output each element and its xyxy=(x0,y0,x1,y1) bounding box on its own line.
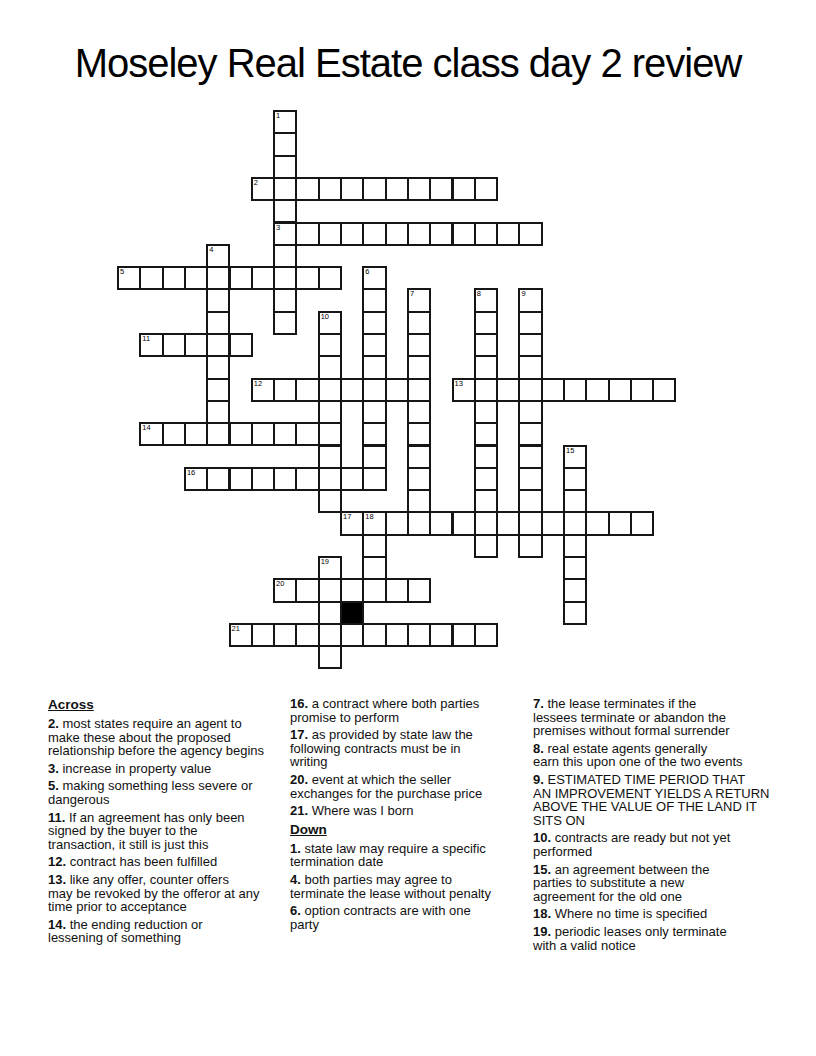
cell-number: 4 xyxy=(209,246,213,254)
grid-cell[interactable] xyxy=(474,511,498,535)
grid-cell[interactable] xyxy=(474,378,498,402)
grid-cell[interactable] xyxy=(295,177,319,201)
clue-11: 11. If an agreement has only beensigned … xyxy=(48,811,288,852)
clue-number: 10. xyxy=(533,830,551,845)
grid-cell[interactable] xyxy=(162,422,186,446)
grid-cell[interactable] xyxy=(407,445,431,469)
cell-number: 15 xyxy=(566,447,574,455)
cell-number: 9 xyxy=(521,290,525,298)
grid-cell[interactable] xyxy=(362,556,386,580)
clue-column-down: 7. the lease terminates if thelessees te… xyxy=(533,697,787,956)
grid-cell[interactable] xyxy=(518,378,542,402)
grid-cell[interactable] xyxy=(273,422,297,446)
grid-cell[interactable] xyxy=(362,177,386,201)
clue-10: 10. contracts are ready but not yetperfo… xyxy=(533,831,787,858)
grid-cell[interactable] xyxy=(318,467,342,491)
grid-cell[interactable] xyxy=(407,378,431,402)
grid-cell[interactable] xyxy=(452,177,476,201)
cell-number: 20 xyxy=(276,580,284,588)
grid-cell[interactable] xyxy=(362,623,386,647)
clue-number: 20. xyxy=(290,772,308,787)
cell-number: 12 xyxy=(254,380,262,388)
grid-cell[interactable] xyxy=(251,422,275,446)
grid-cell[interactable] xyxy=(518,222,542,246)
grid-cell[interactable] xyxy=(229,333,253,357)
cell-number: 10 xyxy=(321,313,329,321)
grid-cell[interactable] xyxy=(273,132,297,156)
grid-cell[interactable] xyxy=(206,311,230,335)
grid-cell[interactable] xyxy=(340,578,364,602)
grid-cell[interactable] xyxy=(496,511,520,535)
grid-cell[interactable] xyxy=(162,266,186,290)
grid-cell[interactable] xyxy=(362,534,386,558)
grid-cell[interactable] xyxy=(362,445,386,469)
clue-20: 20. event at which the sellerexchanges f… xyxy=(290,773,532,800)
cell-number: 14 xyxy=(142,424,150,432)
grid-cell[interactable] xyxy=(563,556,587,580)
clue-number: 5. xyxy=(48,778,59,793)
grid-cell[interactable] xyxy=(496,378,520,402)
clue-21: 21. Where was I born xyxy=(290,804,532,818)
clue-number: 9. xyxy=(533,772,544,787)
grid-cell[interactable] xyxy=(630,511,654,535)
grid-cell[interactable] xyxy=(318,422,342,446)
grid-cell[interactable] xyxy=(273,311,297,335)
clue-14: 14. the ending reduction orlessening of … xyxy=(48,918,288,945)
cell-number: 7 xyxy=(410,290,414,298)
grid-cell[interactable] xyxy=(362,467,386,491)
clue-number: 19. xyxy=(533,924,551,939)
page-title: Moseley Real Estate class day 2 review xyxy=(0,40,816,86)
clue-number: 17. xyxy=(290,727,308,742)
grid-cell[interactable] xyxy=(630,378,654,402)
grid-cell[interactable] xyxy=(295,266,319,290)
grid-cell[interactable] xyxy=(340,177,364,201)
cell-number: 3 xyxy=(276,224,280,232)
grid-cell[interactable] xyxy=(474,355,498,379)
grid-cell[interactable] xyxy=(518,400,542,424)
cell-number: 18 xyxy=(365,513,373,521)
grid-cell[interactable] xyxy=(273,378,297,402)
grid-cell[interactable] xyxy=(362,288,386,312)
clue-number: 8. xyxy=(533,741,544,756)
grid-cell[interactable] xyxy=(518,534,542,558)
grid-cell[interactable] xyxy=(273,155,297,179)
grid-cell[interactable] xyxy=(251,623,275,647)
grid-cell[interactable] xyxy=(518,422,542,446)
clue-list-header-down: Down xyxy=(290,822,532,837)
blocked-cell xyxy=(340,601,364,625)
grid-cell[interactable] xyxy=(273,467,297,491)
clue-9: 9. ESTIMATED TIME PERIOD THATAN IMPROVEM… xyxy=(533,773,787,827)
clue-number: 12. xyxy=(48,854,66,869)
grid-cell[interactable] xyxy=(563,578,587,602)
grid-cell[interactable] xyxy=(407,355,431,379)
grid-cell[interactable] xyxy=(229,266,253,290)
grid-cell[interactable] xyxy=(273,244,297,268)
grid-cell[interactable] xyxy=(474,623,498,647)
grid-cell[interactable] xyxy=(563,511,587,535)
crossword-grid: 235111213141617202114678910151819 xyxy=(117,110,677,670)
clue-number: 18. xyxy=(533,906,551,921)
cell-number: 17 xyxy=(343,513,351,521)
grid-cell[interactable] xyxy=(541,378,565,402)
grid-cell[interactable] xyxy=(184,333,208,357)
clue-16: 16. a contract where both partiespromise… xyxy=(290,697,532,724)
grid-cell[interactable] xyxy=(318,645,342,669)
clue-number: 11. xyxy=(48,810,65,825)
grid-cell[interactable] xyxy=(273,623,297,647)
grid-cell[interactable] xyxy=(295,222,319,246)
grid-cell[interactable] xyxy=(318,355,342,379)
grid-cell[interactable] xyxy=(229,467,253,491)
clue-12: 12. contract has been fulfilled xyxy=(48,855,288,869)
grid-cell[interactable] xyxy=(318,333,342,357)
grid-cell[interactable] xyxy=(318,445,342,469)
grid-cell[interactable] xyxy=(251,467,275,491)
grid-cell[interactable] xyxy=(184,422,208,446)
clue-15: 15. an agreement between theparties to s… xyxy=(533,863,787,904)
cell-number: 1 xyxy=(276,112,280,120)
clue-8: 8. real estate agents generallyearn this… xyxy=(533,742,787,769)
clue-3: 3. increase in property value xyxy=(48,762,288,776)
grid-cell[interactable] xyxy=(340,222,364,246)
grid-cell[interactable] xyxy=(340,467,364,491)
grid-cell[interactable] xyxy=(652,378,676,402)
grid-cell[interactable] xyxy=(295,378,319,402)
grid-cell[interactable] xyxy=(206,355,230,379)
grid-cell[interactable] xyxy=(273,266,297,290)
grid-cell[interactable] xyxy=(362,311,386,335)
clue-number: 13. xyxy=(48,872,66,887)
grid-cell[interactable] xyxy=(295,422,319,446)
clue-number: 15. xyxy=(533,862,551,877)
grid-cell[interactable] xyxy=(563,601,587,625)
grid-cell[interactable] xyxy=(407,467,431,491)
grid-cell[interactable] xyxy=(474,467,498,491)
grid-cell[interactable] xyxy=(206,422,230,446)
grid-cell[interactable] xyxy=(206,400,230,424)
grid-cell[interactable] xyxy=(251,266,275,290)
cell-number: 2 xyxy=(254,179,258,187)
grid-cell[interactable] xyxy=(429,623,453,647)
grid-cell[interactable] xyxy=(518,489,542,513)
grid-cell[interactable] xyxy=(318,266,342,290)
clue-number: 2. xyxy=(48,716,59,731)
grid-cell[interactable] xyxy=(429,511,453,535)
grid-cell[interactable] xyxy=(385,177,409,201)
grid-cell[interactable] xyxy=(608,378,632,402)
clue-7: 7. the lease terminates if thelessees te… xyxy=(533,697,787,738)
grid-cell[interactable] xyxy=(518,355,542,379)
clue-5: 5. making something less severe ordanger… xyxy=(48,779,288,806)
grid-cell[interactable] xyxy=(474,489,498,513)
grid-cell[interactable] xyxy=(474,445,498,469)
grid-cell[interactable] xyxy=(273,199,297,223)
cell-number: 8 xyxy=(477,290,481,298)
grid-cell[interactable] xyxy=(541,511,565,535)
grid-cell[interactable] xyxy=(385,378,409,402)
grid-cell[interactable] xyxy=(318,623,342,647)
grid-cell[interactable] xyxy=(139,266,163,290)
grid-cell[interactable] xyxy=(385,623,409,647)
grid-cell[interactable] xyxy=(407,511,431,535)
clue-6: 6. option contracts are with oneparty xyxy=(290,904,532,931)
clue-2: 2. most states require an agent tomake t… xyxy=(48,717,288,758)
grid-cell[interactable] xyxy=(452,222,476,246)
grid-cell[interactable] xyxy=(407,311,431,335)
grid-cell[interactable] xyxy=(407,400,431,424)
grid-cell[interactable] xyxy=(385,222,409,246)
grid-cell[interactable] xyxy=(518,333,542,357)
grid-cell[interactable] xyxy=(407,578,431,602)
clue-17: 17. as provided by state law thefollowin… xyxy=(290,728,532,769)
grid-cell[interactable] xyxy=(563,467,587,491)
grid-cell[interactable] xyxy=(318,578,342,602)
grid-cell[interactable] xyxy=(362,422,386,446)
cell-number: 5 xyxy=(120,268,124,276)
grid-cell[interactable] xyxy=(518,445,542,469)
grid-cell[interactable] xyxy=(474,311,498,335)
clue-number: 3. xyxy=(48,761,59,776)
grid-cell[interactable] xyxy=(206,378,230,402)
grid-cell[interactable] xyxy=(318,489,342,513)
grid-cell[interactable] xyxy=(452,623,476,647)
cell-number: 6 xyxy=(365,268,369,276)
grid-cell[interactable] xyxy=(206,288,230,312)
grid-cell[interactable] xyxy=(318,400,342,424)
grid-cell[interactable] xyxy=(385,511,409,535)
grid-cell[interactable] xyxy=(295,578,319,602)
grid-cell[interactable] xyxy=(362,355,386,379)
grid-cell[interactable] xyxy=(273,288,297,312)
grid-cell[interactable] xyxy=(362,333,386,357)
clue-column-middle: 16. a contract where both partiespromise… xyxy=(290,697,532,935)
grid-cell[interactable] xyxy=(273,177,297,201)
clue-list-header-across: Across xyxy=(48,697,288,712)
grid-cell[interactable] xyxy=(318,601,342,625)
grid-cell[interactable] xyxy=(162,333,186,357)
grid-cell[interactable] xyxy=(340,378,364,402)
grid-cell[interactable] xyxy=(318,378,342,402)
grid-cell[interactable] xyxy=(318,222,342,246)
clue-number: 1. xyxy=(290,841,301,856)
grid-cell[interactable] xyxy=(474,333,498,357)
grid-cell[interactable] xyxy=(452,511,476,535)
grid-cell[interactable] xyxy=(474,534,498,558)
grid-cell[interactable] xyxy=(362,222,386,246)
grid-cell[interactable] xyxy=(608,511,632,535)
grid-cell[interactable] xyxy=(206,266,230,290)
cell-number: 21 xyxy=(232,625,240,633)
grid-cell[interactable] xyxy=(318,177,342,201)
grid-cell[interactable] xyxy=(518,311,542,335)
grid-cell[interactable] xyxy=(362,378,386,402)
clue-1: 1. state law may require a specifictermi… xyxy=(290,842,532,869)
grid-cell[interactable] xyxy=(429,177,453,201)
clue-number: 14. xyxy=(48,917,66,932)
grid-cell[interactable] xyxy=(407,623,431,647)
grid-cell[interactable] xyxy=(340,623,364,647)
grid-cell[interactable] xyxy=(585,378,609,402)
grid-cell[interactable] xyxy=(407,177,431,201)
grid-cell[interactable] xyxy=(563,378,587,402)
cell-number: 13 xyxy=(455,380,463,388)
grid-cell[interactable] xyxy=(474,222,498,246)
grid-cell[interactable] xyxy=(184,266,208,290)
clue-18: 18. Where no time is specified xyxy=(533,907,787,921)
clue-number: 7. xyxy=(533,696,544,711)
cell-number: 19 xyxy=(321,558,329,566)
grid-cell[interactable] xyxy=(407,422,431,446)
grid-cell[interactable] xyxy=(518,511,542,535)
grid-cell[interactable] xyxy=(362,578,386,602)
grid-cell[interactable] xyxy=(385,578,409,602)
clue-column-across: Across2. most states require an agent to… xyxy=(48,697,288,949)
grid-cell[interactable] xyxy=(407,222,431,246)
grid-cell[interactable] xyxy=(229,422,253,446)
clue-number: 4. xyxy=(290,872,301,887)
clue-19: 19. periodic leases only terminatewith a… xyxy=(533,925,787,952)
grid-cell[interactable] xyxy=(496,222,520,246)
clue-13: 13. like any offer, counter offersmay be… xyxy=(48,873,288,914)
grid-cell[interactable] xyxy=(206,333,230,357)
grid-cell[interactable] xyxy=(362,400,386,424)
grid-cell[interactable] xyxy=(563,489,587,513)
clue-4: 4. both parties may agree toterminate th… xyxy=(290,873,532,900)
clue-number: 16. xyxy=(290,696,308,711)
grid-cell[interactable] xyxy=(429,222,453,246)
grid-cell[interactable] xyxy=(518,467,542,491)
grid-cell[interactable] xyxy=(474,177,498,201)
cell-number: 11 xyxy=(142,335,150,343)
grid-cell[interactable] xyxy=(407,333,431,357)
cell-number: 16 xyxy=(187,469,195,477)
grid-cell[interactable] xyxy=(407,489,431,513)
clue-number: 21. xyxy=(290,803,308,818)
grid-cell[interactable] xyxy=(474,422,498,446)
grid-cell[interactable] xyxy=(474,400,498,424)
grid-cell[interactable] xyxy=(295,467,319,491)
grid-cell[interactable] xyxy=(295,623,319,647)
clue-number: 6. xyxy=(290,903,301,918)
grid-cell[interactable] xyxy=(585,511,609,535)
grid-cell[interactable] xyxy=(206,467,230,491)
grid-cell[interactable] xyxy=(563,534,587,558)
